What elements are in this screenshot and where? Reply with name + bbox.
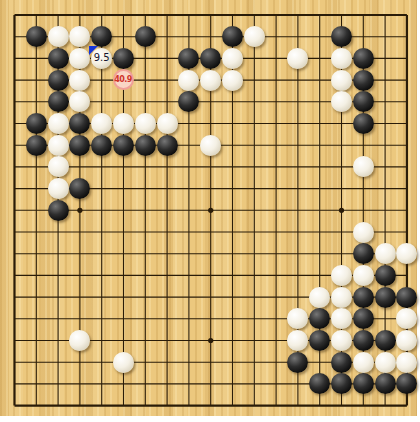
black-stone — [353, 308, 374, 329]
black-stone — [91, 135, 112, 156]
white-stone — [331, 48, 352, 69]
white-stone — [69, 70, 90, 91]
black-stone — [287, 352, 308, 373]
black-stone — [26, 135, 47, 156]
white-stone-annotated: 9.5 — [91, 48, 112, 69]
white-stone — [331, 287, 352, 308]
black-stone — [113, 48, 134, 69]
white-stone — [48, 156, 69, 177]
black-stone — [375, 287, 396, 308]
star-point — [208, 338, 213, 343]
screenshot-root: 9.540.9 — [0, 0, 420, 422]
black-stone — [353, 48, 374, 69]
black-stone — [353, 330, 374, 351]
white-stone — [331, 265, 352, 286]
black-stone — [353, 243, 374, 264]
black-stone — [48, 48, 69, 69]
black-stone — [331, 352, 352, 373]
black-stone — [135, 135, 156, 156]
black-stone — [396, 287, 417, 308]
white-stone — [157, 113, 178, 134]
black-stone — [200, 48, 221, 69]
black-stone — [48, 70, 69, 91]
go-board[interactable]: 9.540.9 — [0, 0, 417, 416]
white-stone — [353, 265, 374, 286]
black-stone — [48, 91, 69, 112]
black-stone — [135, 26, 156, 47]
star-point — [77, 208, 82, 213]
white-stone — [48, 178, 69, 199]
white-stone — [375, 243, 396, 264]
white-stone — [331, 330, 352, 351]
black-stone — [48, 200, 69, 221]
white-stone — [200, 135, 221, 156]
black-stone — [157, 135, 178, 156]
white-stone — [331, 70, 352, 91]
white-stone — [353, 222, 374, 243]
white-stone — [48, 26, 69, 47]
white-stone — [135, 113, 156, 134]
black-stone — [353, 287, 374, 308]
black-stone — [26, 26, 47, 47]
black-stone — [375, 330, 396, 351]
black-stone — [69, 135, 90, 156]
white-stone — [48, 113, 69, 134]
star-point — [208, 208, 213, 213]
white-stone — [113, 113, 134, 134]
white-stone — [309, 287, 330, 308]
white-stone — [222, 48, 243, 69]
white-stone — [353, 352, 374, 373]
winrate-suggestion-marker[interactable]: 40.9 — [113, 69, 134, 90]
black-stone — [353, 70, 374, 91]
white-stone — [200, 70, 221, 91]
blue-triangle-marker-icon — [89, 46, 98, 55]
white-stone — [375, 352, 396, 373]
white-stone — [113, 352, 134, 373]
black-stone — [375, 373, 396, 394]
black-stone — [113, 135, 134, 156]
white-stone — [222, 70, 243, 91]
black-stone — [375, 265, 396, 286]
score-label: 9.5 — [94, 53, 110, 63]
white-stone — [178, 70, 199, 91]
white-stone — [48, 135, 69, 156]
star-point — [339, 208, 344, 213]
white-stone — [396, 352, 417, 373]
black-stone — [353, 113, 374, 134]
black-stone — [353, 91, 374, 112]
white-stone — [244, 26, 265, 47]
black-stone — [26, 113, 47, 134]
